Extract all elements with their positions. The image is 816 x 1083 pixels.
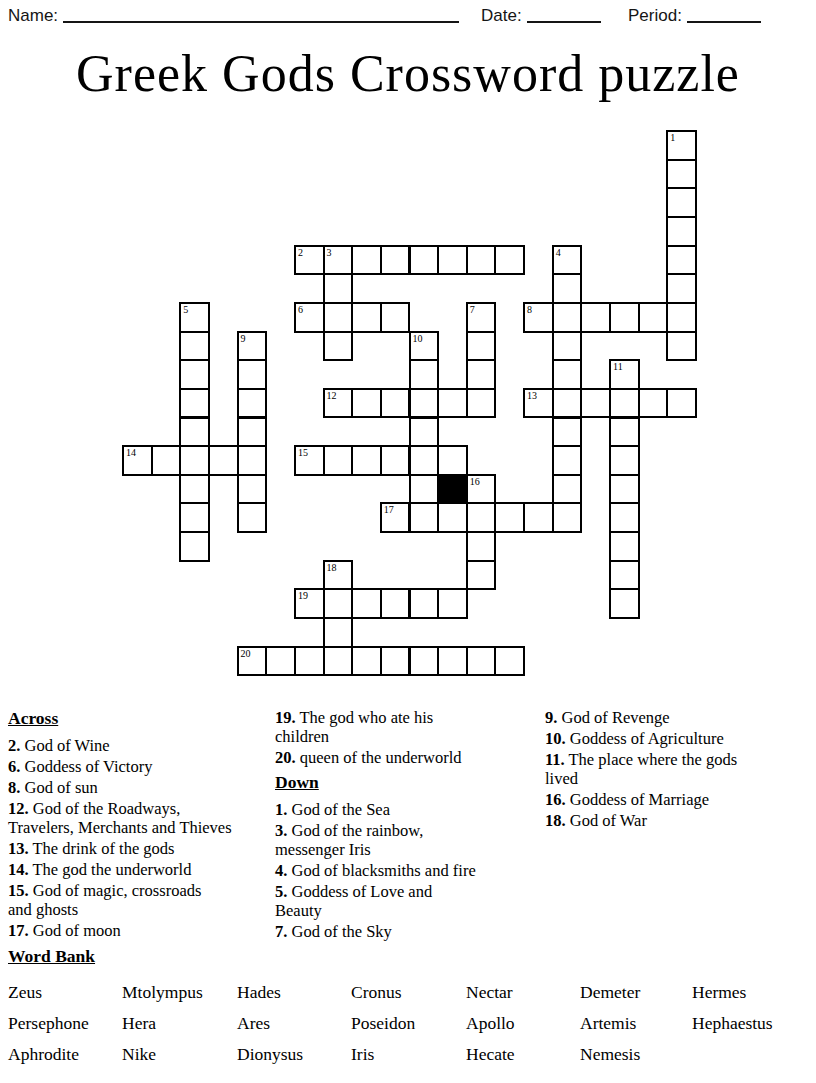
cell-r12c12[interactable]: 16 bbox=[466, 474, 497, 505]
cell-r4c7[interactable]: 3 bbox=[323, 245, 354, 276]
cell-r16c17[interactable] bbox=[609, 588, 640, 619]
cell-r11c8[interactable] bbox=[351, 445, 382, 476]
cell-r13c11[interactable] bbox=[437, 502, 468, 533]
word-bank-item-zeus: Zeus bbox=[8, 977, 122, 1008]
clue-down-7: 7. God of the Sky bbox=[275, 922, 535, 941]
clue-down-3: 3. God of the rainbow,messenger Iris bbox=[275, 821, 535, 859]
word-bank-item-hecate: Hecate bbox=[466, 1039, 580, 1070]
clue-number-2: 2 bbox=[298, 247, 303, 259]
clue-across-6: 6. Goddess of Victory bbox=[8, 757, 272, 776]
cell-r2c19[interactable] bbox=[666, 187, 697, 218]
across-heading: Across bbox=[8, 708, 272, 728]
cell-r15c12[interactable] bbox=[466, 560, 497, 591]
clue-across-2: 2. God of Wine bbox=[8, 736, 272, 755]
cell-r5c7[interactable] bbox=[323, 273, 354, 304]
cell-r4c8[interactable] bbox=[351, 245, 382, 276]
cell-r11c2[interactable] bbox=[179, 445, 210, 476]
clue-number-4: 4 bbox=[556, 247, 561, 259]
cell-r6c9[interactable] bbox=[380, 302, 411, 333]
clue-number-5: 5 bbox=[183, 304, 188, 316]
word-bank-item-cronus: Cronus bbox=[351, 977, 466, 1008]
cell-r16c9[interactable] bbox=[380, 588, 411, 619]
cell-r11c4[interactable] bbox=[237, 445, 268, 476]
word-bank-item-hera: Hera bbox=[122, 1008, 237, 1039]
word-bank-item-hephaestus: Hephaestus bbox=[692, 1008, 802, 1039]
cell-r6c2[interactable]: 5 bbox=[179, 302, 210, 333]
word-bank-item-hermes: Hermes bbox=[692, 977, 802, 1008]
cell-r8c15[interactable] bbox=[552, 359, 583, 390]
cell-r16c10[interactable] bbox=[409, 588, 440, 619]
clue-down-1: 1. God of the Sea bbox=[275, 800, 535, 819]
cell-r8c12[interactable] bbox=[466, 359, 497, 390]
clue-across-14: 14. The god the underworld bbox=[8, 860, 272, 879]
clue-number-7: 7 bbox=[470, 304, 475, 316]
cell-r10c4[interactable] bbox=[237, 417, 268, 448]
cell-r14c12[interactable] bbox=[466, 531, 497, 562]
clue-across-12: 12. God of the Roadways,Travelers, Merch… bbox=[8, 799, 272, 837]
clue-number-10: 10 bbox=[413, 333, 423, 345]
clues-column-2: 19. The god who ate hischildren20. queen… bbox=[275, 708, 535, 943]
cell-r8c4[interactable] bbox=[237, 359, 268, 390]
clue-number-1: 1 bbox=[670, 132, 675, 144]
cell-r13c4[interactable] bbox=[237, 502, 268, 533]
cell-r13c9[interactable]: 17 bbox=[380, 502, 411, 533]
cell-r7c10[interactable]: 10 bbox=[409, 331, 440, 362]
clue-down-16: 16. Goddess of Marriage bbox=[545, 790, 801, 809]
clue-down-5: 5. Goddess of Love andBeauty bbox=[275, 882, 535, 920]
clue-number-15: 15 bbox=[298, 447, 308, 459]
cell-r7c15[interactable] bbox=[552, 331, 583, 362]
word-bank-item-nemesis: Nemesis bbox=[580, 1039, 692, 1070]
clue-down-4: 4. God of blacksmiths and fire bbox=[275, 861, 535, 880]
cell-r13c10[interactable] bbox=[409, 502, 440, 533]
cell-r18c5[interactable] bbox=[265, 646, 296, 677]
word-bank-item-nectar: Nectar bbox=[466, 977, 580, 1008]
clue-number-20: 20 bbox=[241, 648, 251, 660]
cell-r10c17[interactable] bbox=[609, 417, 640, 448]
cell-r7c2[interactable] bbox=[179, 331, 210, 362]
clue-number-6: 6 bbox=[298, 304, 303, 316]
clue-across-19: 19. The god who ate hischildren bbox=[275, 708, 535, 746]
clue-number-13: 13 bbox=[527, 390, 537, 402]
cell-r9c15[interactable] bbox=[552, 388, 583, 419]
cell-r16c7[interactable] bbox=[323, 588, 354, 619]
cell-r9c9[interactable] bbox=[380, 388, 411, 419]
cell-r7c19[interactable] bbox=[666, 331, 697, 362]
word-bank-item-mtolympus: Mtolympus bbox=[122, 977, 237, 1008]
cell-r9c16[interactable] bbox=[580, 388, 611, 419]
clue-across-15: 15. God of magic, crossroadsand ghosts bbox=[8, 881, 272, 919]
cell-r4c12[interactable] bbox=[466, 245, 497, 276]
clue-down-10: 10. Goddess of Agriculture bbox=[545, 729, 801, 748]
cell-r18c7[interactable] bbox=[323, 646, 354, 677]
cell-r7c7[interactable] bbox=[323, 331, 354, 362]
blocked-cell-r12c11 bbox=[437, 474, 468, 505]
cell-r4c13[interactable] bbox=[494, 245, 525, 276]
cell-r11c15[interactable] bbox=[552, 445, 583, 476]
cell-r4c19[interactable] bbox=[666, 245, 697, 276]
cell-r17c7[interactable] bbox=[323, 617, 354, 648]
word-bank-item-nike: Nike bbox=[122, 1039, 237, 1070]
cell-r16c11[interactable] bbox=[437, 588, 468, 619]
cell-r18c11[interactable] bbox=[437, 646, 468, 677]
cell-r13c2[interactable] bbox=[179, 502, 210, 533]
clue-across-17: 17. God of moon bbox=[8, 921, 272, 940]
cell-r11c9[interactable] bbox=[380, 445, 411, 476]
word-bank-item-iris: Iris bbox=[351, 1039, 466, 1070]
clue-number-14: 14 bbox=[126, 447, 136, 459]
cell-r11c17[interactable] bbox=[609, 445, 640, 476]
clue-number-3: 3 bbox=[327, 247, 332, 259]
cell-r10c10[interactable] bbox=[409, 417, 440, 448]
cell-r4c9[interactable] bbox=[380, 245, 411, 276]
clue-number-18: 18 bbox=[327, 562, 337, 574]
cell-r6c8[interactable] bbox=[351, 302, 382, 333]
cell-r4c15[interactable]: 4 bbox=[552, 245, 583, 276]
clue-across-20: 20. queen of the underworld bbox=[275, 748, 535, 767]
cell-r13c17[interactable] bbox=[609, 502, 640, 533]
cell-r8c17[interactable]: 11 bbox=[609, 359, 640, 390]
clues-column-1: Across2. God of Wine6. Goddess of Victor… bbox=[8, 708, 272, 942]
worksheet-page: Name: Date: Period: Greek Gods Crossword… bbox=[0, 0, 816, 1083]
word-bank-item-ares: Ares bbox=[237, 1008, 351, 1039]
word-bank-item-persephone: Persephone bbox=[8, 1008, 122, 1039]
cell-r9c14[interactable]: 13 bbox=[523, 388, 554, 419]
cell-r9c4[interactable] bbox=[237, 388, 268, 419]
cell-r14c2[interactable] bbox=[179, 531, 210, 562]
cell-r6c18[interactable] bbox=[638, 302, 669, 333]
cell-r12c4[interactable] bbox=[237, 474, 268, 505]
cell-r4c6[interactable]: 2 bbox=[294, 245, 325, 276]
clue-number-16: 16 bbox=[470, 476, 480, 488]
cell-r5c19[interactable] bbox=[666, 273, 697, 304]
cell-r18c12[interactable] bbox=[466, 646, 497, 677]
cell-r14c17[interactable] bbox=[609, 531, 640, 562]
cell-r11c10[interactable] bbox=[409, 445, 440, 476]
cell-r16c6[interactable]: 19 bbox=[294, 588, 325, 619]
word-bank-item-artemis: Artemis bbox=[580, 1008, 692, 1039]
cell-r12c10[interactable] bbox=[409, 474, 440, 505]
clue-number-11: 11 bbox=[613, 361, 623, 373]
cell-r10c2[interactable] bbox=[179, 417, 210, 448]
clue-number-9: 9 bbox=[241, 333, 246, 345]
cell-r15c7[interactable]: 18 bbox=[323, 560, 354, 591]
word-bank-item-apollo: Apollo bbox=[466, 1008, 580, 1039]
cell-r6c12[interactable]: 7 bbox=[466, 302, 497, 333]
cell-r13c12[interactable] bbox=[466, 502, 497, 533]
cell-r6c7[interactable] bbox=[323, 302, 354, 333]
clue-across-13: 13. The drink of the gods bbox=[8, 839, 272, 858]
word-bank-item-aphrodite: Aphrodite bbox=[8, 1039, 122, 1070]
cell-r11c7[interactable] bbox=[323, 445, 354, 476]
cell-r13c15[interactable] bbox=[552, 502, 583, 533]
cell-r6c17[interactable] bbox=[609, 302, 640, 333]
clues-column-3: 9. God of Revenge10. Goddess of Agricult… bbox=[545, 708, 801, 832]
word-bank-item-poseidon: Poseidon bbox=[351, 1008, 466, 1039]
cell-r6c16[interactable] bbox=[580, 302, 611, 333]
clue-number-19: 19 bbox=[298, 590, 308, 602]
cell-r11c6[interactable]: 15 bbox=[294, 445, 325, 476]
down-heading: Down bbox=[275, 772, 535, 792]
cell-r11c1[interactable] bbox=[151, 445, 182, 476]
cell-r9c11[interactable] bbox=[437, 388, 468, 419]
cell-r12c15[interactable] bbox=[552, 474, 583, 505]
word-bank-item-hades: Hades bbox=[237, 977, 351, 1008]
cell-r8c10[interactable] bbox=[409, 359, 440, 390]
clue-down-18: 18. God of War bbox=[545, 811, 801, 830]
cell-r18c6[interactable] bbox=[294, 646, 325, 677]
cell-r9c10[interactable] bbox=[409, 388, 440, 419]
cell-r11c11[interactable] bbox=[437, 445, 468, 476]
cell-r18c9[interactable] bbox=[380, 646, 411, 677]
cell-r15c17[interactable] bbox=[609, 560, 640, 591]
cell-r18c4[interactable]: 20 bbox=[237, 646, 268, 677]
word-bank-item-dionysus: Dionysus bbox=[237, 1039, 351, 1070]
cell-r18c13[interactable] bbox=[494, 646, 525, 677]
cell-r4c10[interactable] bbox=[409, 245, 440, 276]
cell-r9c18[interactable] bbox=[638, 388, 669, 419]
cell-r6c15[interactable] bbox=[552, 302, 583, 333]
word-bank-heading: Word Bank bbox=[8, 946, 810, 966]
cell-r13c13[interactable] bbox=[494, 502, 525, 533]
clue-down-9: 9. God of Revenge bbox=[545, 708, 801, 727]
word-bank-section: Word Bank ZeusMtolympusHadesCronusNectar… bbox=[8, 946, 810, 1070]
clue-number-17: 17 bbox=[384, 504, 394, 516]
cell-r1c19[interactable] bbox=[666, 159, 697, 190]
cell-r11c3[interactable] bbox=[208, 445, 239, 476]
cell-r8c2[interactable] bbox=[179, 359, 210, 390]
crossword-grid: 1234567891011121314151617181920 bbox=[0, 0, 816, 700]
cell-r4c11[interactable] bbox=[437, 245, 468, 276]
cell-r9c12[interactable] bbox=[466, 388, 497, 419]
cell-r6c14[interactable]: 8 bbox=[523, 302, 554, 333]
cell-r18c10[interactable] bbox=[409, 646, 440, 677]
cell-r5c15[interactable] bbox=[552, 273, 583, 304]
word-bank-grid: ZeusMtolympusHadesCronusNectarDemeterHer… bbox=[8, 977, 810, 1070]
cell-r3c19[interactable] bbox=[666, 216, 697, 247]
cell-r9c17[interactable] bbox=[609, 388, 640, 419]
cell-r9c19[interactable] bbox=[666, 388, 697, 419]
cell-r9c7[interactable]: 12 bbox=[323, 388, 354, 419]
cell-r18c8[interactable] bbox=[351, 646, 382, 677]
cell-r6c6[interactable]: 6 bbox=[294, 302, 325, 333]
word-bank-item-demeter: Demeter bbox=[580, 977, 692, 1008]
clue-down-11: 11. The place where the godslived bbox=[545, 750, 801, 788]
cell-r11c0[interactable]: 14 bbox=[122, 445, 153, 476]
cell-r7c12[interactable] bbox=[466, 331, 497, 362]
cell-r6c19[interactable] bbox=[666, 302, 697, 333]
cell-r9c8[interactable] bbox=[351, 388, 382, 419]
cell-r0c19[interactable]: 1 bbox=[666, 130, 697, 161]
clue-across-8: 8. God of sun bbox=[8, 778, 272, 797]
clue-number-8: 8 bbox=[527, 304, 532, 316]
cell-r7c4[interactable]: 9 bbox=[237, 331, 268, 362]
cell-r13c14[interactable] bbox=[523, 502, 554, 533]
cell-r9c2[interactable] bbox=[179, 388, 210, 419]
cell-r10c15[interactable] bbox=[552, 417, 583, 448]
cell-r16c8[interactable] bbox=[351, 588, 382, 619]
clue-number-12: 12 bbox=[327, 390, 337, 402]
cell-r12c17[interactable] bbox=[609, 474, 640, 505]
cell-r12c2[interactable] bbox=[179, 474, 210, 505]
